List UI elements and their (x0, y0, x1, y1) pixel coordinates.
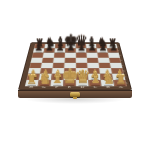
rank-label-1: 1 (124, 80, 130, 86)
piece-black-pawn[interactable]: ♟ (45, 43, 53, 52)
file-label-f: F (50, 86, 63, 89)
file-labels-rail: HGFEDCBA (24, 86, 127, 89)
piece-white-queen[interactable]: ♛ (74, 68, 90, 86)
chess-board: ♜♞♝♚♛♝♞♜♟♟♟♟♟♟♟♟♟♟♟♟♟♟♟♟♜♞♝♚♛♝♞♜ HGFEDCB… (18, 42, 132, 90)
file-label-d: D (76, 86, 89, 89)
board-grid: ♜♞♝♚♛♝♞♜♟♟♟♟♟♟♟♟♟♟♟♟♟♟♟♟♜♞♝♚♛♝♞♜ (25, 44, 127, 86)
piece-black-pawn[interactable]: ♟ (88, 43, 96, 52)
piece-white-knight[interactable]: ♞ (101, 72, 114, 86)
file-label-b: B (101, 86, 114, 89)
square-c7[interactable]: ♟ (86, 48, 97, 53)
square-b7[interactable]: ♟ (97, 48, 108, 53)
file-label-c: C (89, 86, 102, 89)
square-g1[interactable]: ♞ (38, 80, 52, 86)
piece-black-pawn[interactable]: ♟ (56, 43, 64, 52)
file-label-h: H (24, 86, 37, 89)
square-g7[interactable]: ♟ (44, 48, 55, 53)
piece-white-knight[interactable]: ♞ (38, 72, 51, 86)
piece-black-pawn[interactable]: ♟ (77, 43, 85, 52)
file-label-g: G (37, 86, 50, 89)
piece-black-pawn[interactable]: ♟ (66, 43, 74, 52)
piece-black-pawn[interactable]: ♟ (99, 43, 107, 52)
piece-white-rook[interactable]: ♜ (26, 73, 37, 86)
file-label-e: E (63, 86, 76, 89)
square-h7[interactable]: ♟ (33, 48, 45, 53)
square-d7[interactable]: ♟ (76, 48, 87, 53)
piece-white-bishop[interactable]: ♝ (89, 71, 102, 86)
square-e7[interactable]: ♟ (65, 48, 76, 53)
square-d1[interactable]: ♛ (76, 80, 89, 86)
chess-set-photo: ♜♞♝♚♛♝♞♜♟♟♟♟♟♟♟♟♟♟♟♟♟♟♟♟♜♞♝♚♛♝♞♜ HGFEDCB… (0, 0, 150, 150)
piece-black-pawn[interactable]: ♟ (34, 43, 42, 52)
brass-latch-knob (73, 97, 77, 99)
square-b1[interactable]: ♞ (101, 80, 115, 86)
square-f7[interactable]: ♟ (54, 48, 65, 53)
square-h1[interactable]: ♜ (25, 80, 39, 86)
square-c1[interactable]: ♝ (88, 80, 101, 86)
